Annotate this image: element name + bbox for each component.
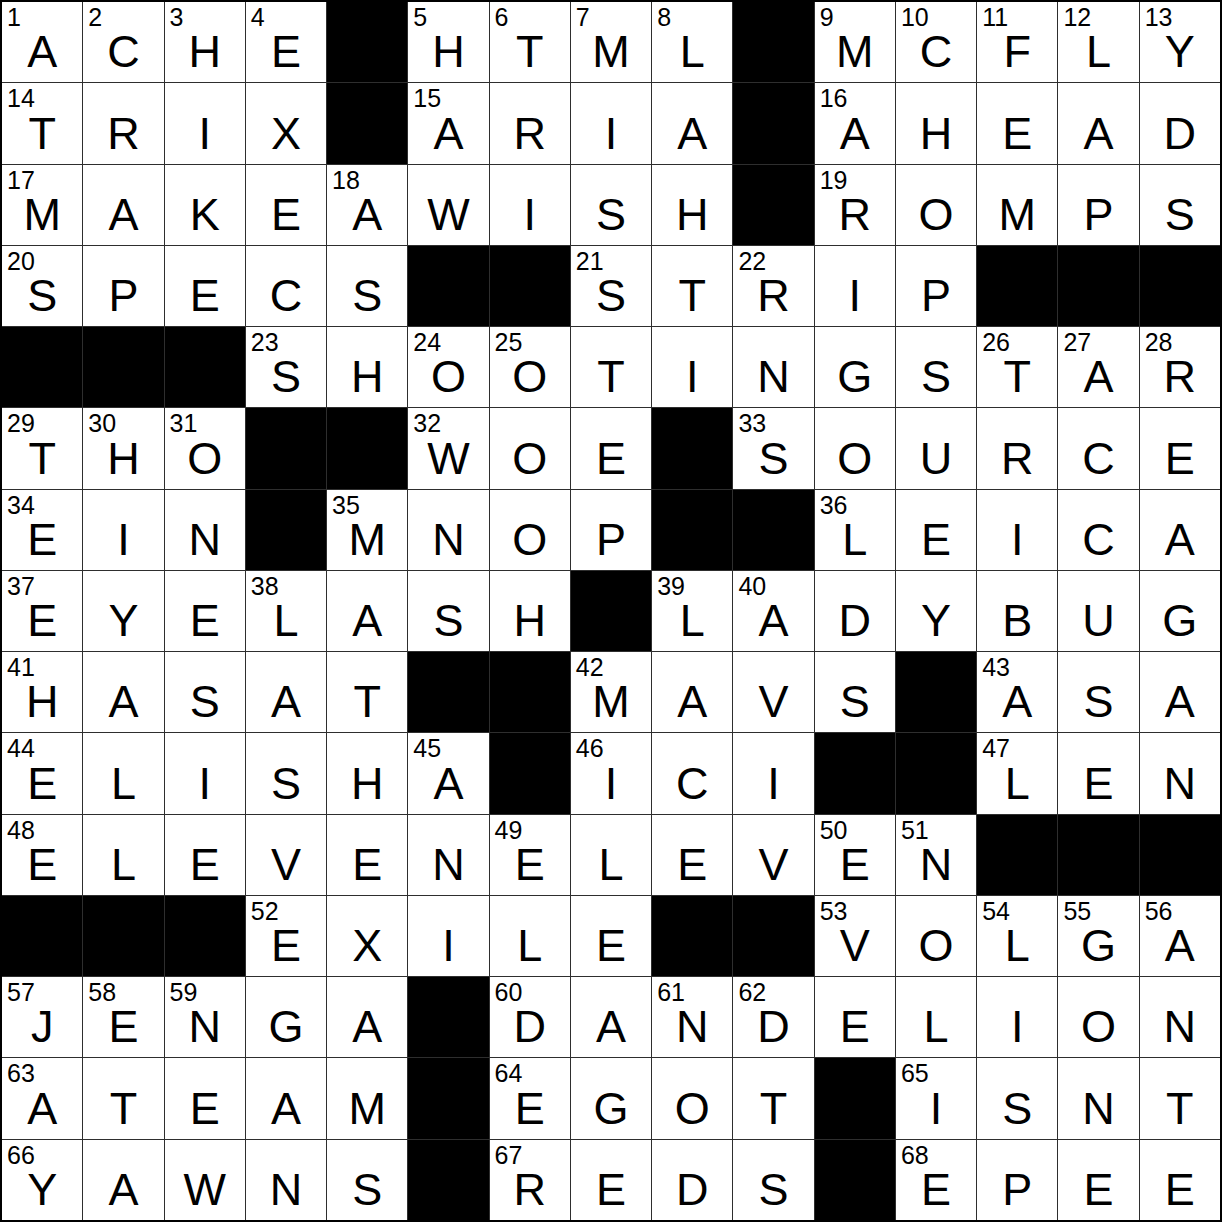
- cell-letter: E: [2, 517, 82, 562]
- cell-letter: S: [327, 273, 407, 318]
- cell-r12c13[interactable]: 54L: [977, 896, 1057, 976]
- cell-r11c4[interactable]: V: [246, 815, 326, 895]
- cell-r3c6[interactable]: W: [408, 165, 488, 245]
- cell-r13c14[interactable]: O: [1058, 977, 1138, 1057]
- cell-r4c2[interactable]: P: [83, 246, 163, 326]
- cell-r3c4[interactable]: E: [246, 165, 326, 245]
- cell-r15c3[interactable]: W: [165, 1140, 245, 1220]
- cell-r4c12[interactable]: P: [896, 246, 976, 326]
- cell-r7c15[interactable]: A: [1140, 490, 1220, 570]
- cell-r13c5[interactable]: A: [327, 977, 407, 1057]
- cell-letter: N: [896, 842, 976, 887]
- cell-letter: L: [571, 842, 651, 887]
- cell-r14c1[interactable]: 63A: [2, 1058, 82, 1138]
- cell-r3c8[interactable]: S: [571, 165, 651, 245]
- cell-letter: A: [1058, 354, 1138, 399]
- cell-letter: E: [165, 842, 245, 887]
- cell-r14c12[interactable]: 65I: [896, 1058, 976, 1138]
- clue-number: 8: [657, 3, 671, 32]
- cell-r9c3[interactable]: S: [165, 652, 245, 732]
- cell-r3c2[interactable]: A: [83, 165, 163, 245]
- cell-letter: M: [327, 1086, 407, 1131]
- cell-letter: T: [652, 273, 732, 318]
- cell-r12c11[interactable]: 53V: [815, 896, 895, 976]
- cell-r11c12[interactable]: 51N: [896, 815, 976, 895]
- cell-letter: A: [408, 111, 488, 156]
- block-cell-r15c11: [815, 1140, 895, 1220]
- cell-letter: S: [815, 679, 895, 724]
- cell-r10c3[interactable]: I: [165, 733, 245, 813]
- cell-letter: H: [327, 761, 407, 806]
- cell-r12c8[interactable]: E: [571, 896, 651, 976]
- cell-letter: D: [490, 1004, 570, 1049]
- cell-r6c13[interactable]: R: [977, 408, 1057, 488]
- cell-r5c9[interactable]: I: [652, 327, 732, 407]
- cell-r7c14[interactable]: C: [1058, 490, 1138, 570]
- cell-r14c10[interactable]: T: [733, 1058, 813, 1138]
- cell-r13c13[interactable]: I: [977, 977, 1057, 1057]
- cell-r2c7[interactable]: R: [490, 83, 570, 163]
- cell-r6c1[interactable]: 29T: [2, 408, 82, 488]
- cell-r5c13[interactable]: 26T: [977, 327, 1057, 407]
- cell-letter: I: [571, 761, 651, 806]
- cell-r14c7[interactable]: 64E: [490, 1058, 570, 1138]
- cell-r1c15[interactable]: 13Y: [1140, 2, 1220, 82]
- cell-letter: E: [571, 1167, 651, 1212]
- cell-letter: J: [2, 1004, 82, 1049]
- cell-letter: E: [165, 598, 245, 643]
- cell-r6c10[interactable]: 33S: [733, 408, 813, 488]
- cell-letter: E: [327, 842, 407, 887]
- cell-letter: A: [733, 598, 813, 643]
- cell-r8c2[interactable]: Y: [83, 571, 163, 651]
- cell-r11c2[interactable]: L: [83, 815, 163, 895]
- cell-r15c10[interactable]: S: [733, 1140, 813, 1220]
- cell-r9c8[interactable]: 42M: [571, 652, 651, 732]
- block-cell-r3c10: [733, 165, 813, 245]
- cell-letter: C: [1058, 436, 1138, 481]
- cell-r10c10[interactable]: I: [733, 733, 813, 813]
- block-cell-r6c4: [246, 408, 326, 488]
- cell-r9c2[interactable]: A: [83, 652, 163, 732]
- cell-r8c10[interactable]: 40A: [733, 571, 813, 651]
- cell-letter: Y: [2, 1167, 82, 1212]
- cell-letter: H: [83, 436, 163, 481]
- cell-r3c14[interactable]: P: [1058, 165, 1138, 245]
- cell-r13c9[interactable]: 61N: [652, 977, 732, 1057]
- cell-r8c15[interactable]: G: [1140, 571, 1220, 651]
- cell-r7c11[interactable]: 36L: [815, 490, 895, 570]
- cell-r7c6[interactable]: N: [408, 490, 488, 570]
- cell-r5c11[interactable]: G: [815, 327, 895, 407]
- cell-r15c5[interactable]: S: [327, 1140, 407, 1220]
- cell-letter: L: [977, 923, 1057, 968]
- cell-letter: E: [490, 1086, 570, 1131]
- cell-letter: A: [652, 679, 732, 724]
- cell-r6c14[interactable]: C: [1058, 408, 1138, 488]
- cell-r8c3[interactable]: E: [165, 571, 245, 651]
- cell-letter: R: [490, 1167, 570, 1212]
- cell-r9c9[interactable]: A: [652, 652, 732, 732]
- cell-letter: T: [2, 436, 82, 481]
- cell-r11c1[interactable]: 48E: [2, 815, 82, 895]
- cell-r2c8[interactable]: I: [571, 83, 651, 163]
- cell-r5c8[interactable]: T: [571, 327, 651, 407]
- cell-r5c5[interactable]: H: [327, 327, 407, 407]
- cell-r15c7[interactable]: 67R: [490, 1140, 570, 1220]
- cell-r5c7[interactable]: 25O: [490, 327, 570, 407]
- cell-r14c8[interactable]: G: [571, 1058, 651, 1138]
- block-cell-r5c2: [83, 327, 163, 407]
- cell-letter: A: [652, 111, 732, 156]
- cell-letter: D: [1140, 111, 1220, 156]
- cell-letter: E: [896, 517, 976, 562]
- cell-r1c11[interactable]: 9M: [815, 2, 895, 82]
- cell-r7c3[interactable]: N: [165, 490, 245, 570]
- cell-letter: N: [733, 354, 813, 399]
- cell-letter: A: [408, 761, 488, 806]
- cell-r15c2[interactable]: A: [83, 1140, 163, 1220]
- cell-r2c4[interactable]: X: [246, 83, 326, 163]
- clue-number: 1: [7, 3, 21, 32]
- cell-letter: M: [327, 517, 407, 562]
- cell-letter: N: [408, 842, 488, 887]
- cell-letter: T: [490, 29, 570, 74]
- cell-r13c3[interactable]: 59N: [165, 977, 245, 1057]
- cell-r15c4[interactable]: N: [246, 1140, 326, 1220]
- cell-r15c9[interactable]: D: [652, 1140, 732, 1220]
- cell-letter: M: [571, 679, 651, 724]
- cell-r7c7[interactable]: O: [490, 490, 570, 570]
- cell-r3c15[interactable]: S: [1140, 165, 1220, 245]
- block-cell-r1c10: [733, 2, 813, 82]
- cell-r6c12[interactable]: U: [896, 408, 976, 488]
- cell-r8c9[interactable]: 39L: [652, 571, 732, 651]
- cell-r10c15[interactable]: N: [1140, 733, 1220, 813]
- cell-r13c8[interactable]: A: [571, 977, 651, 1057]
- cell-r12c4[interactable]: 52E: [246, 896, 326, 976]
- cell-r3c5[interactable]: 18A: [327, 165, 407, 245]
- cell-letter: D: [815, 598, 895, 643]
- cell-letter: I: [977, 517, 1057, 562]
- cell-r1c8[interactable]: 7M: [571, 2, 651, 82]
- cell-r9c14[interactable]: S: [1058, 652, 1138, 732]
- cell-letter: A: [83, 192, 163, 237]
- clue-number: 65: [901, 1059, 929, 1088]
- cell-r1c13[interactable]: 11F: [977, 2, 1057, 82]
- cell-letter: R: [83, 111, 163, 156]
- cell-letter: N: [165, 517, 245, 562]
- cell-r6c6[interactable]: 32W: [408, 408, 488, 488]
- cell-r2c11[interactable]: 16A: [815, 83, 895, 163]
- cell-letter: S: [408, 598, 488, 643]
- cell-r4c1[interactable]: 20S: [2, 246, 82, 326]
- cell-letter: L: [896, 1004, 976, 1049]
- block-cell-r7c9: [652, 490, 732, 570]
- cell-r15c1[interactable]: 66Y: [2, 1140, 82, 1220]
- cell-letter: P: [896, 273, 976, 318]
- cell-r2c6[interactable]: 15A: [408, 83, 488, 163]
- cell-r15c14[interactable]: E: [1058, 1140, 1138, 1220]
- cell-letter: A: [815, 111, 895, 156]
- cell-r3c3[interactable]: K: [165, 165, 245, 245]
- cell-letter: X: [327, 923, 407, 968]
- cell-r4c4[interactable]: C: [246, 246, 326, 326]
- cell-r5c12[interactable]: S: [896, 327, 976, 407]
- cell-r7c13[interactable]: I: [977, 490, 1057, 570]
- cell-r12c14[interactable]: 55G: [1058, 896, 1138, 976]
- cell-r4c3[interactable]: E: [165, 246, 245, 326]
- cell-r1c12[interactable]: 10C: [896, 2, 976, 82]
- crossword-grid: 1A2C3H4E5H6T7M8L9M10C11F12L13Y14TRIX15AR…: [0, 0, 1222, 1222]
- cell-r14c14[interactable]: N: [1058, 1058, 1138, 1138]
- cell-r15c8[interactable]: E: [571, 1140, 651, 1220]
- block-cell-r1c5: [327, 2, 407, 82]
- cell-r1c2[interactable]: 2C: [83, 2, 163, 82]
- cell-r8c1[interactable]: 37E: [2, 571, 82, 651]
- cell-r1c14[interactable]: 12L: [1058, 2, 1138, 82]
- cell-r14c5[interactable]: M: [327, 1058, 407, 1138]
- cell-letter: I: [165, 111, 245, 156]
- block-cell-r10c11: [815, 733, 895, 813]
- cell-r5c4[interactable]: 23S: [246, 327, 326, 407]
- cell-r6c2[interactable]: 30H: [83, 408, 163, 488]
- cell-r6c7[interactable]: O: [490, 408, 570, 488]
- block-cell-r12c2: [83, 896, 163, 976]
- cell-r10c2[interactable]: L: [83, 733, 163, 813]
- cell-r9c1[interactable]: 41H: [2, 652, 82, 732]
- cell-r9c11[interactable]: S: [815, 652, 895, 732]
- cell-r2c15[interactable]: D: [1140, 83, 1220, 163]
- cell-r13c2[interactable]: 58E: [83, 977, 163, 1057]
- cell-r9c10[interactable]: V: [733, 652, 813, 732]
- cell-r1c6[interactable]: 5H: [408, 2, 488, 82]
- cell-r14c13[interactable]: S: [977, 1058, 1057, 1138]
- cell-r8c13[interactable]: B: [977, 571, 1057, 651]
- cell-r11c10[interactable]: V: [733, 815, 813, 895]
- cell-letter: H: [652, 192, 732, 237]
- cell-r9c4[interactable]: A: [246, 652, 326, 732]
- cell-r7c1[interactable]: 34E: [2, 490, 82, 570]
- cell-r13c7[interactable]: 60D: [490, 977, 570, 1057]
- cell-letter: E: [490, 842, 570, 887]
- cell-letter: Y: [1140, 29, 1220, 74]
- cell-r13c4[interactable]: G: [246, 977, 326, 1057]
- cell-r3c11[interactable]: 19R: [815, 165, 895, 245]
- cell-letter: V: [733, 842, 813, 887]
- cell-letter: L: [83, 842, 163, 887]
- cell-letter: E: [2, 842, 82, 887]
- cell-r1c4[interactable]: 4E: [246, 2, 326, 82]
- cell-letter: C: [896, 29, 976, 74]
- cell-letter: H: [896, 111, 976, 156]
- cell-r15c15[interactable]: E: [1140, 1140, 1220, 1220]
- cell-letter: A: [1140, 679, 1220, 724]
- cell-letter: L: [490, 923, 570, 968]
- cell-letter: R: [977, 436, 1057, 481]
- cell-r10c4[interactable]: S: [246, 733, 326, 813]
- cell-r1c3[interactable]: 3H: [165, 2, 245, 82]
- cell-r11c7[interactable]: 49E: [490, 815, 570, 895]
- cell-letter: S: [977, 1086, 1057, 1131]
- cell-r7c8[interactable]: P: [571, 490, 651, 570]
- cell-letter: D: [733, 1004, 813, 1049]
- cell-r12c7[interactable]: L: [490, 896, 570, 976]
- cell-letter: O: [490, 436, 570, 481]
- cell-r6c11[interactable]: O: [815, 408, 895, 488]
- cell-letter: N: [165, 1004, 245, 1049]
- cell-letter: R: [1140, 354, 1220, 399]
- cell-letter: A: [327, 598, 407, 643]
- cell-r3c13[interactable]: M: [977, 165, 1057, 245]
- cell-r6c3[interactable]: 31O: [165, 408, 245, 488]
- block-cell-r12c1: [2, 896, 82, 976]
- cell-letter: M: [977, 192, 1057, 237]
- cell-r4c9[interactable]: T: [652, 246, 732, 326]
- cell-letter: E: [652, 842, 732, 887]
- cell-letter: S: [246, 354, 326, 399]
- cell-letter: O: [896, 923, 976, 968]
- cell-r14c4[interactable]: A: [246, 1058, 326, 1138]
- cell-r11c5[interactable]: E: [327, 815, 407, 895]
- cell-r8c7[interactable]: H: [490, 571, 570, 651]
- cell-r7c5[interactable]: 35M: [327, 490, 407, 570]
- cell-letter: N: [652, 1004, 732, 1049]
- cell-letter: I: [896, 1086, 976, 1131]
- cell-r3c9[interactable]: H: [652, 165, 732, 245]
- cell-letter: E: [977, 111, 1057, 156]
- cell-r15c12[interactable]: 68E: [896, 1140, 976, 1220]
- cell-r7c2[interactable]: I: [83, 490, 163, 570]
- cell-letter: S: [246, 761, 326, 806]
- cell-r14c3[interactable]: E: [165, 1058, 245, 1138]
- cell-r7c12[interactable]: E: [896, 490, 976, 570]
- cell-r3c1[interactable]: 17M: [2, 165, 82, 245]
- cell-r1c1[interactable]: 1A: [2, 2, 82, 82]
- cell-letter: S: [896, 354, 976, 399]
- cell-r1c7[interactable]: 6T: [490, 2, 570, 82]
- cell-r13c10[interactable]: 62D: [733, 977, 813, 1057]
- cell-r8c6[interactable]: S: [408, 571, 488, 651]
- cell-letter: A: [83, 679, 163, 724]
- cell-letter: N: [1140, 1004, 1220, 1049]
- cell-letter: E: [2, 598, 82, 643]
- cell-r14c2[interactable]: T: [83, 1058, 163, 1138]
- cell-r2c3[interactable]: I: [165, 83, 245, 163]
- cell-r8c14[interactable]: U: [1058, 571, 1138, 651]
- cell-letter: G: [815, 354, 895, 399]
- cell-r2c2[interactable]: R: [83, 83, 163, 163]
- cell-r11c9[interactable]: E: [652, 815, 732, 895]
- cell-r13c11[interactable]: E: [815, 977, 895, 1057]
- cell-r6c8[interactable]: E: [571, 408, 651, 488]
- cell-r10c13[interactable]: 47L: [977, 733, 1057, 813]
- cell-letter: I: [652, 354, 732, 399]
- cell-r11c6[interactable]: N: [408, 815, 488, 895]
- block-cell-r13c6: [408, 977, 488, 1057]
- cell-r12c12[interactable]: O: [896, 896, 976, 976]
- block-cell-r7c10: [733, 490, 813, 570]
- cell-r12c15[interactable]: 56A: [1140, 896, 1220, 976]
- cell-r14c9[interactable]: O: [652, 1058, 732, 1138]
- block-cell-r4c14: [1058, 246, 1138, 326]
- cell-r2c9[interactable]: A: [652, 83, 732, 163]
- cell-r10c14[interactable]: E: [1058, 733, 1138, 813]
- cell-r8c5[interactable]: A: [327, 571, 407, 651]
- cell-r11c11[interactable]: 50E: [815, 815, 895, 895]
- cell-r14c15[interactable]: T: [1140, 1058, 1220, 1138]
- cell-r2c13[interactable]: E: [977, 83, 1057, 163]
- cell-r9c15[interactable]: A: [1140, 652, 1220, 732]
- cell-letter: S: [2, 273, 82, 318]
- cell-r11c8[interactable]: L: [571, 815, 651, 895]
- cell-r11c3[interactable]: E: [165, 815, 245, 895]
- block-cell-r12c9: [652, 896, 732, 976]
- cell-letter: A: [246, 679, 326, 724]
- cell-r4c11[interactable]: I: [815, 246, 895, 326]
- block-cell-r4c6: [408, 246, 488, 326]
- cell-r8c4[interactable]: 38L: [246, 571, 326, 651]
- cell-letter: C: [83, 29, 163, 74]
- cell-r5c14[interactable]: 27A: [1058, 327, 1138, 407]
- cell-r5c10[interactable]: N: [733, 327, 813, 407]
- clue-number: 5: [413, 3, 427, 32]
- cell-r10c5[interactable]: H: [327, 733, 407, 813]
- cell-r10c8[interactable]: 46I: [571, 733, 651, 813]
- cell-r1c9[interactable]: 8L: [652, 2, 732, 82]
- cell-r2c14[interactable]: A: [1058, 83, 1138, 163]
- cell-r10c9[interactable]: C: [652, 733, 732, 813]
- cell-r8c11[interactable]: D: [815, 571, 895, 651]
- cell-letter: H: [2, 679, 82, 724]
- cell-letter: O: [652, 1086, 732, 1131]
- cell-r3c12[interactable]: O: [896, 165, 976, 245]
- cell-r2c12[interactable]: H: [896, 83, 976, 163]
- cell-r4c10[interactable]: 22R: [733, 246, 813, 326]
- cell-r3c7[interactable]: I: [490, 165, 570, 245]
- cell-r2c1[interactable]: 14T: [2, 83, 82, 163]
- cell-letter: G: [1058, 923, 1138, 968]
- cell-letter: S: [733, 436, 813, 481]
- cell-r12c5[interactable]: X: [327, 896, 407, 976]
- cell-r13c12[interactable]: L: [896, 977, 976, 1057]
- cell-r12c6[interactable]: I: [408, 896, 488, 976]
- cell-r15c13[interactable]: P: [977, 1140, 1057, 1220]
- cell-r9c5[interactable]: T: [327, 652, 407, 732]
- cell-letter: P: [571, 517, 651, 562]
- cell-letter: T: [571, 354, 651, 399]
- cell-r4c8[interactable]: 21S: [571, 246, 651, 326]
- cell-r9c13[interactable]: 43A: [977, 652, 1057, 732]
- cell-letter: O: [165, 436, 245, 481]
- cell-letter: H: [327, 354, 407, 399]
- cell-letter: A: [327, 192, 407, 237]
- cell-r10c1[interactable]: 44E: [2, 733, 82, 813]
- cell-r6c15[interactable]: E: [1140, 408, 1220, 488]
- cell-r4c5[interactable]: S: [327, 246, 407, 326]
- cell-letter: E: [815, 1004, 895, 1049]
- block-cell-r9c12: [896, 652, 976, 732]
- cell-r13c15[interactable]: N: [1140, 977, 1220, 1057]
- block-cell-r10c7: [490, 733, 570, 813]
- cell-r5c15[interactable]: 28R: [1140, 327, 1220, 407]
- cell-r8c12[interactable]: Y: [896, 571, 976, 651]
- cell-letter: E: [246, 192, 326, 237]
- cell-letter: I: [490, 192, 570, 237]
- cell-r5c6[interactable]: 24O: [408, 327, 488, 407]
- cell-r13c1[interactable]: 57J: [2, 977, 82, 1057]
- cell-r10c6[interactable]: 45A: [408, 733, 488, 813]
